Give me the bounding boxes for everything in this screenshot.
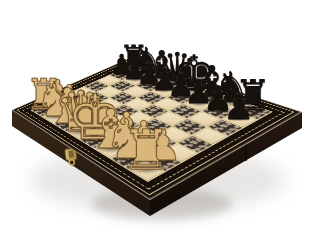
- black-pawn-h7[interactable]: ♟: [223, 89, 255, 124]
- white-rook-h1[interactable]: ♜: [122, 123, 171, 178]
- product-photo-scene: ♜♞♝♛♚♝♞♜♟♟♟♟♟♟♟♟♟♟♟♟♟♟♟♟♜♞♝♛♚♝♞♜: [0, 0, 310, 233]
- pieces-layer: ♜♞♝♛♚♝♞♜♟♟♟♟♟♟♟♟♟♟♟♟♟♟♟♟♜♞♝♛♚♝♞♜: [0, 0, 310, 233]
